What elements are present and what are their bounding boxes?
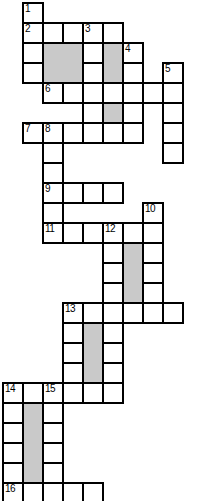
clue-number: 10 <box>145 203 155 214</box>
cell-r6c3[interactable] <box>62 122 84 144</box>
cell-r9c5[interactable] <box>102 182 124 204</box>
cell-r16c3[interactable] <box>62 322 84 344</box>
cell-r9c3[interactable] <box>62 182 84 204</box>
cell-r15c3[interactable]: 13 <box>62 302 84 324</box>
cell-r3c8[interactable]: 5 <box>162 62 184 84</box>
cell-r24c3[interactable] <box>62 482 84 501</box>
cell-r18c3[interactable] <box>62 362 84 384</box>
cell-r17c5[interactable] <box>102 342 124 364</box>
cell-r13c5[interactable] <box>102 262 124 284</box>
cell-r12c7[interactable] <box>142 242 164 264</box>
cell-r10c2[interactable] <box>42 202 64 224</box>
cell-r24c4[interactable] <box>82 482 104 501</box>
cell-r5c4[interactable] <box>82 102 104 124</box>
cell-r17c3[interactable] <box>62 342 84 364</box>
cell-r1c2[interactable] <box>42 22 64 44</box>
shaded-region <box>122 242 144 304</box>
cell-r5c6[interactable] <box>122 102 144 124</box>
cell-r11c7[interactable] <box>142 222 164 244</box>
cell-r14c5[interactable] <box>102 282 124 304</box>
clue-number: 7 <box>25 123 30 134</box>
cell-r3c1[interactable] <box>22 62 44 84</box>
cell-r6c5[interactable] <box>102 122 124 144</box>
cell-r23c2[interactable] <box>42 462 64 484</box>
cell-r11c4[interactable] <box>82 222 104 244</box>
cell-r7c2[interactable] <box>42 142 64 164</box>
cell-r15c4[interactable] <box>82 302 104 324</box>
clue-number: 12 <box>105 223 115 234</box>
cell-r11c5[interactable]: 12 <box>102 222 124 244</box>
cell-r4c2[interactable]: 6 <box>42 82 64 104</box>
cell-r10c7[interactable]: 10 <box>142 202 164 224</box>
shaded-region <box>102 42 124 84</box>
cell-r7c8[interactable] <box>162 142 184 164</box>
cell-r2c6[interactable]: 4 <box>122 42 144 64</box>
clue-number: 9 <box>45 183 50 194</box>
clue-number: 8 <box>45 123 50 134</box>
cell-r20c0[interactable] <box>2 402 24 424</box>
shaded-region <box>22 402 44 484</box>
cell-r24c2[interactable] <box>42 482 64 501</box>
clue-number: 4 <box>125 43 130 54</box>
cell-r4c8[interactable] <box>162 82 184 104</box>
cell-r13c7[interactable] <box>142 262 164 284</box>
cell-r4c5[interactable] <box>102 82 124 104</box>
cell-r1c3[interactable] <box>62 22 84 44</box>
cell-r19c3[interactable] <box>62 382 84 404</box>
clue-number: 11 <box>45 223 54 234</box>
cell-r18c5[interactable] <box>102 362 124 384</box>
cell-r19c1[interactable] <box>22 382 44 404</box>
clue-number: 2 <box>25 23 30 34</box>
cell-r14c7[interactable] <box>142 282 164 304</box>
shaded-region <box>82 322 104 384</box>
cell-r2c1[interactable] <box>22 42 44 64</box>
cell-r4c4[interactable] <box>82 82 104 104</box>
clue-number: 6 <box>45 83 50 94</box>
cell-r1c4[interactable]: 3 <box>82 22 104 44</box>
clue-number: 13 <box>65 303 75 314</box>
cell-r4c3[interactable] <box>62 82 84 104</box>
cell-r19c0[interactable]: 14 <box>2 382 24 404</box>
cell-r19c4[interactable] <box>82 382 104 404</box>
cell-r24c1[interactable] <box>22 482 44 501</box>
shaded-region <box>42 42 84 84</box>
clue-number: 16 <box>5 483 15 494</box>
clue-number: 15 <box>45 383 55 394</box>
cell-r6c6[interactable] <box>122 122 144 144</box>
cell-r3c6[interactable] <box>122 62 144 84</box>
cell-r4c6[interactable] <box>122 82 144 104</box>
cell-r9c4[interactable] <box>82 182 104 204</box>
clue-number: 5 <box>165 63 170 74</box>
cell-r8c2[interactable] <box>42 162 64 184</box>
cell-r11c6[interactable] <box>122 222 144 244</box>
cell-r22c0[interactable] <box>2 442 24 464</box>
cell-r5c8[interactable] <box>162 102 184 124</box>
cell-r15c5[interactable] <box>102 302 124 324</box>
cell-r19c5[interactable] <box>102 382 124 404</box>
cell-r20c2[interactable] <box>42 402 64 424</box>
cell-r6c8[interactable] <box>162 122 184 144</box>
crossword-grid: 12345678910111213141516 <box>2 2 184 501</box>
shaded-region <box>102 102 124 124</box>
clue-number: 14 <box>5 383 15 394</box>
cell-r21c2[interactable] <box>42 422 64 444</box>
cell-r15c6[interactable] <box>122 302 144 324</box>
cell-r11c3[interactable] <box>62 222 84 244</box>
cell-r15c7[interactable] <box>142 302 164 324</box>
cell-r1c1[interactable]: 2 <box>22 22 44 44</box>
cell-r24c0[interactable]: 16 <box>2 482 24 501</box>
cell-r6c4[interactable] <box>82 122 104 144</box>
cell-r16c5[interactable] <box>102 322 124 344</box>
clue-number: 1 <box>25 3 30 14</box>
cell-r22c2[interactable] <box>42 442 64 464</box>
cell-r9c2[interactable]: 9 <box>42 182 64 204</box>
cell-r3c4[interactable] <box>82 62 104 84</box>
cell-r21c0[interactable] <box>2 422 24 444</box>
cell-r4c7[interactable] <box>142 82 164 104</box>
cell-r15c8[interactable] <box>162 302 184 324</box>
cell-r12c5[interactable] <box>102 242 124 264</box>
cell-r2c4[interactable] <box>82 42 104 64</box>
clue-number: 3 <box>85 23 90 34</box>
cell-r1c5[interactable] <box>102 22 124 44</box>
cell-r6c2[interactable]: 8 <box>42 122 64 144</box>
cell-r19c2[interactable]: 15 <box>42 382 64 404</box>
cell-r11c2[interactable]: 11 <box>42 222 64 244</box>
cell-r23c0[interactable] <box>2 462 24 484</box>
cell-r0c1[interactable]: 1 <box>22 2 44 24</box>
cell-r6c1[interactable]: 7 <box>22 122 44 144</box>
